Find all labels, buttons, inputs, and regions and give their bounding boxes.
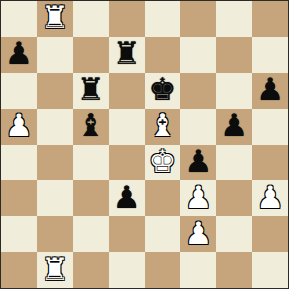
black-rook-piece[interactable]: ♜ [77,74,105,105]
black-pawn-piece[interactable]: ♟ [220,110,248,141]
square-a8[interactable] [1,1,37,37]
square-b1[interactable]: ♜ [37,252,73,288]
white-pawn-piece[interactable]: ♟ [5,110,33,141]
square-c6[interactable]: ♜ [73,73,109,109]
square-b4[interactable] [37,145,73,181]
square-f5[interactable] [180,109,216,145]
square-d8[interactable] [109,1,145,37]
black-pawn-piece[interactable]: ♟ [113,182,141,213]
square-d6[interactable] [109,73,145,109]
square-c8[interactable] [73,1,109,37]
square-c4[interactable] [73,145,109,181]
square-c3[interactable] [73,180,109,216]
square-b3[interactable] [37,180,73,216]
square-d3[interactable]: ♟ [109,180,145,216]
square-e2[interactable] [145,216,181,252]
square-g2[interactable] [216,216,252,252]
square-h5[interactable] [252,109,288,145]
square-g5[interactable]: ♟ [216,109,252,145]
square-c1[interactable] [73,252,109,288]
white-rook-piece[interactable]: ♜ [41,254,69,285]
square-e7[interactable] [145,37,181,73]
square-f1[interactable] [180,252,216,288]
square-f8[interactable] [180,1,216,37]
square-h8[interactable] [252,1,288,37]
square-h3[interactable]: ♟ [252,180,288,216]
square-b2[interactable] [37,216,73,252]
square-g8[interactable] [216,1,252,37]
black-pawn-piece[interactable]: ♟ [5,38,33,69]
square-c7[interactable] [73,37,109,73]
square-g1[interactable] [216,252,252,288]
square-b7[interactable] [37,37,73,73]
square-a7[interactable]: ♟ [1,37,37,73]
square-g4[interactable] [216,145,252,181]
square-e5[interactable]: ♝ [145,109,181,145]
square-d5[interactable] [109,109,145,145]
square-a3[interactable] [1,180,37,216]
white-pawn-piece[interactable]: ♟ [256,182,284,213]
black-rook-piece[interactable]: ♜ [113,38,141,69]
square-c5[interactable]: ♝ [73,109,109,145]
square-a6[interactable] [1,73,37,109]
square-f4[interactable]: ♟ [180,145,216,181]
square-g3[interactable] [216,180,252,216]
square-h1[interactable] [252,252,288,288]
white-king-piece[interactable]: ♚ [149,146,177,177]
white-pawn-piece[interactable]: ♟ [184,218,212,249]
square-a4[interactable] [1,145,37,181]
square-e1[interactable] [145,252,181,288]
square-h2[interactable] [252,216,288,252]
chess-board: ♜♟♜♜♚♟♟♝♝♟♚♟♟♟♟♟♜ [0,0,289,289]
white-pawn-piece[interactable]: ♟ [184,182,212,213]
square-e8[interactable] [145,1,181,37]
square-e3[interactable] [145,180,181,216]
square-a2[interactable] [1,216,37,252]
square-a1[interactable] [1,252,37,288]
square-h4[interactable] [252,145,288,181]
black-king-piece[interactable]: ♚ [149,74,177,105]
square-e6[interactable]: ♚ [145,73,181,109]
square-f3[interactable]: ♟ [180,180,216,216]
white-rook-piece[interactable]: ♜ [41,2,69,33]
square-b8[interactable]: ♜ [37,1,73,37]
square-d7[interactable]: ♜ [109,37,145,73]
square-d4[interactable] [109,145,145,181]
square-h7[interactable] [252,37,288,73]
square-h6[interactable]: ♟ [252,73,288,109]
square-d1[interactable] [109,252,145,288]
square-g7[interactable] [216,37,252,73]
square-b5[interactable] [37,109,73,145]
square-c2[interactable] [73,216,109,252]
white-bishop-piece[interactable]: ♝ [149,110,177,141]
square-f7[interactable] [180,37,216,73]
square-f2[interactable]: ♟ [180,216,216,252]
square-e4[interactable]: ♚ [145,145,181,181]
square-a5[interactable]: ♟ [1,109,37,145]
black-pawn-piece[interactable]: ♟ [256,74,284,105]
square-f6[interactable] [180,73,216,109]
square-d2[interactable] [109,216,145,252]
black-bishop-piece[interactable]: ♝ [77,110,105,141]
square-b6[interactable] [37,73,73,109]
square-g6[interactable] [216,73,252,109]
black-pawn-piece[interactable]: ♟ [184,146,212,177]
